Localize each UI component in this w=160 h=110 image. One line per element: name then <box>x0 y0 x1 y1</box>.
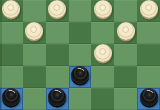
white-checker-piece[interactable] <box>2 0 20 18</box>
square-r3-c3[interactable] <box>69 66 92 88</box>
black-checker-piece[interactable] <box>140 88 158 106</box>
square-r3-c1[interactable] <box>23 66 46 88</box>
square-r1-c3[interactable] <box>69 22 92 44</box>
black-checker-piece[interactable] <box>48 88 66 106</box>
white-checker-piece[interactable] <box>94 0 112 18</box>
white-checker-piece[interactable] <box>48 0 66 18</box>
square-r3-c4[interactable] <box>91 66 114 88</box>
square-r4-c6[interactable] <box>137 88 160 110</box>
square-r2-c6[interactable] <box>137 44 160 66</box>
square-r0-c6[interactable] <box>137 0 160 22</box>
white-checker-piece[interactable] <box>117 22 135 40</box>
square-r3-c0[interactable] <box>0 66 23 88</box>
square-r1-c4[interactable] <box>91 22 114 44</box>
square-r2-c4[interactable] <box>91 44 114 66</box>
square-r0-c3[interactable] <box>69 0 92 22</box>
checkers-board <box>0 0 160 110</box>
white-checker-piece[interactable] <box>94 44 112 62</box>
square-r2-c3[interactable] <box>69 44 92 66</box>
square-r4-c0[interactable] <box>0 88 23 110</box>
black-checker-piece[interactable] <box>71 66 89 84</box>
square-r0-c2[interactable] <box>46 0 69 22</box>
square-r2-c0[interactable] <box>0 44 23 66</box>
square-r4-c1[interactable] <box>23 88 46 110</box>
square-r0-c0[interactable] <box>0 0 23 22</box>
square-r2-c2[interactable] <box>46 44 69 66</box>
square-r1-c5[interactable] <box>114 22 137 44</box>
square-r2-c1[interactable] <box>23 44 46 66</box>
square-r3-c6[interactable] <box>137 66 160 88</box>
white-checker-piece[interactable] <box>140 0 158 18</box>
square-r0-c4[interactable] <box>91 0 114 22</box>
square-r0-c1[interactable] <box>23 0 46 22</box>
white-checker-piece[interactable] <box>25 22 43 40</box>
square-r1-c6[interactable] <box>137 22 160 44</box>
square-r1-c0[interactable] <box>0 22 23 44</box>
square-r0-c5[interactable] <box>114 0 137 22</box>
square-r3-c5[interactable] <box>114 66 137 88</box>
black-checker-piece[interactable] <box>2 88 20 106</box>
square-r3-c2[interactable] <box>46 66 69 88</box>
square-r1-c2[interactable] <box>46 22 69 44</box>
square-r4-c4[interactable] <box>91 88 114 110</box>
square-r2-c5[interactable] <box>114 44 137 66</box>
square-r4-c3[interactable] <box>69 88 92 110</box>
square-r1-c1[interactable] <box>23 22 46 44</box>
square-r4-c5[interactable] <box>114 88 137 110</box>
square-r4-c2[interactable] <box>46 88 69 110</box>
